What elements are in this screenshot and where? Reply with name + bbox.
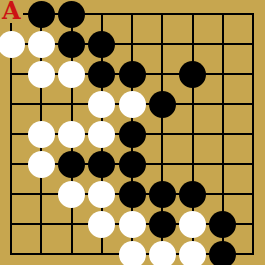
point-d1[interactable]	[87, 239, 117, 265]
point-d2[interactable]	[87, 209, 117, 239]
point-h9[interactable]	[208, 0, 238, 29]
point-c6[interactable]	[56, 89, 86, 119]
white-stone	[179, 241, 206, 265]
black-stone	[58, 151, 85, 178]
point-e1[interactable]	[117, 239, 147, 265]
black-stone	[88, 31, 115, 58]
point-e3[interactable]	[117, 179, 147, 209]
black-stone	[58, 31, 85, 58]
point-j6[interactable]	[238, 89, 265, 119]
point-j3[interactable]	[238, 179, 265, 209]
point-a2[interactable]	[0, 209, 26, 239]
point-h8[interactable]	[208, 29, 238, 59]
point-b6[interactable]	[26, 89, 56, 119]
point-j1[interactable]	[238, 239, 265, 265]
point-b5[interactable]	[26, 119, 56, 149]
black-stone	[119, 121, 146, 148]
point-g3[interactable]	[177, 179, 207, 209]
point-e7[interactable]	[117, 59, 147, 89]
white-stone	[28, 61, 55, 88]
point-h1[interactable]	[208, 239, 238, 265]
point-a5[interactable]	[0, 119, 26, 149]
point-f3[interactable]	[147, 179, 177, 209]
point-c9[interactable]	[56, 0, 86, 29]
point-g6[interactable]	[177, 89, 207, 119]
point-b2[interactable]	[26, 209, 56, 239]
point-j5[interactable]	[238, 119, 265, 149]
white-stone	[149, 241, 176, 265]
point-e2[interactable]	[117, 209, 147, 239]
black-stone	[28, 1, 55, 28]
point-g9[interactable]	[177, 0, 207, 29]
black-stone	[88, 61, 115, 88]
white-stone	[28, 121, 55, 148]
point-j4[interactable]	[238, 149, 265, 179]
point-a3[interactable]	[0, 179, 26, 209]
black-stone	[119, 151, 146, 178]
point-f7[interactable]	[147, 59, 177, 89]
black-stone	[149, 211, 176, 238]
point-b7[interactable]	[26, 59, 56, 89]
point-e5[interactable]	[117, 119, 147, 149]
point-d4[interactable]	[87, 149, 117, 179]
point-g2[interactable]	[177, 209, 207, 239]
point-g4[interactable]	[177, 149, 207, 179]
point-a8[interactable]	[0, 29, 26, 59]
point-e9[interactable]	[117, 0, 147, 29]
point-e8[interactable]	[117, 29, 147, 59]
point-g1[interactable]	[177, 239, 207, 265]
point-j8[interactable]	[238, 29, 265, 59]
black-stone	[58, 1, 85, 28]
point-j2[interactable]	[238, 209, 265, 239]
point-a7[interactable]	[0, 59, 26, 89]
point-j7[interactable]	[238, 59, 265, 89]
white-stone	[28, 151, 55, 178]
point-g8[interactable]	[177, 29, 207, 59]
point-d9[interactable]	[87, 0, 117, 29]
point-d5[interactable]	[87, 119, 117, 149]
black-stone	[179, 61, 206, 88]
point-d6[interactable]	[87, 89, 117, 119]
white-stone	[119, 91, 146, 118]
stones-grid	[0, 0, 265, 265]
point-f9[interactable]	[147, 0, 177, 29]
point-b4[interactable]	[26, 149, 56, 179]
black-stone	[119, 61, 146, 88]
point-f8[interactable]	[147, 29, 177, 59]
white-stone	[88, 211, 115, 238]
point-e4[interactable]	[117, 149, 147, 179]
point-label-a: A	[1, 0, 23, 23]
point-f5[interactable]	[147, 119, 177, 149]
point-h7[interactable]	[208, 59, 238, 89]
point-f2[interactable]	[147, 209, 177, 239]
black-stone	[119, 181, 146, 208]
white-stone	[88, 121, 115, 148]
white-stone	[58, 61, 85, 88]
point-f4[interactable]	[147, 149, 177, 179]
black-stone	[149, 91, 176, 118]
point-d3[interactable]	[87, 179, 117, 209]
white-stone	[0, 31, 25, 58]
black-stone	[88, 151, 115, 178]
point-d7[interactable]	[87, 59, 117, 89]
point-c7[interactable]	[56, 59, 86, 89]
point-f1[interactable]	[147, 239, 177, 265]
point-b9[interactable]	[26, 0, 56, 29]
white-stone	[119, 241, 146, 265]
point-h3[interactable]	[208, 179, 238, 209]
white-stone	[58, 121, 85, 148]
point-a6[interactable]	[0, 89, 26, 119]
point-h4[interactable]	[208, 149, 238, 179]
black-stone	[149, 181, 176, 208]
white-stone	[88, 91, 115, 118]
black-stone	[209, 211, 236, 238]
point-j9[interactable]	[238, 0, 265, 29]
black-stone	[179, 181, 206, 208]
point-h2[interactable]	[208, 209, 238, 239]
white-stone	[28, 31, 55, 58]
point-c8[interactable]	[56, 29, 86, 59]
point-a1[interactable]	[0, 239, 26, 265]
point-h6[interactable]	[208, 89, 238, 119]
point-e6[interactable]	[117, 89, 147, 119]
point-d8[interactable]	[87, 29, 117, 59]
white-stone	[58, 181, 85, 208]
white-stone	[179, 211, 206, 238]
point-g5[interactable]	[177, 119, 207, 149]
point-b3[interactable]	[26, 179, 56, 209]
point-a4[interactable]	[0, 149, 26, 179]
go-board: A	[0, 0, 265, 265]
point-c5[interactable]	[56, 119, 86, 149]
black-stone	[209, 241, 236, 265]
point-c1[interactable]	[56, 239, 86, 265]
point-c3[interactable]	[56, 179, 86, 209]
white-stone	[119, 211, 146, 238]
white-stone	[88, 181, 115, 208]
point-f6[interactable]	[147, 89, 177, 119]
point-c2[interactable]	[56, 209, 86, 239]
point-h5[interactable]	[208, 119, 238, 149]
point-c4[interactable]	[56, 149, 86, 179]
point-b1[interactable]	[26, 239, 56, 265]
point-g7[interactable]	[177, 59, 207, 89]
point-b8[interactable]	[26, 29, 56, 59]
